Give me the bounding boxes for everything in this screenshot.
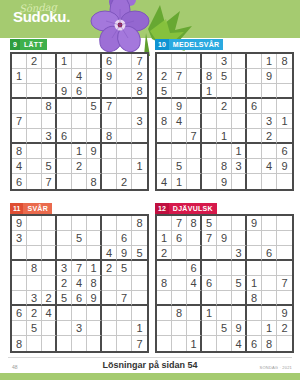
sudoku-cell xyxy=(202,174,217,189)
sudoku-cell: 5 xyxy=(157,84,172,99)
sudoku-cell xyxy=(187,306,202,321)
sudoku-cell: 9 xyxy=(117,246,132,261)
sudoku-cell xyxy=(202,99,217,114)
sudoku-cell: 8 xyxy=(217,159,232,174)
sudoku-cell xyxy=(102,336,117,351)
sudoku-cell xyxy=(157,54,172,69)
sudoku-cell xyxy=(132,231,147,246)
sudoku-cell xyxy=(132,276,147,291)
sudoku-cell: 6 xyxy=(117,231,132,246)
sudoku-cell: 5 xyxy=(42,159,57,174)
sudoku-cell: 1 xyxy=(132,321,147,336)
sudoku-cell xyxy=(57,216,72,231)
sudoku-cell xyxy=(187,99,202,114)
sudoku-cell: 8 xyxy=(132,216,147,231)
sudoku-cell xyxy=(187,144,202,159)
sudoku-cell xyxy=(172,291,187,306)
sudoku-cell xyxy=(172,84,187,99)
sudoku-cell xyxy=(217,336,232,351)
sudoku-cell xyxy=(262,291,277,306)
sudoku-cell xyxy=(232,99,247,114)
sudoku-cell: 3 xyxy=(232,246,247,261)
sudoku-cell xyxy=(27,216,42,231)
sudoku-cell xyxy=(277,336,292,351)
sudoku-cell xyxy=(27,231,42,246)
sudoku-cell xyxy=(157,321,172,336)
sudoku-cell: 5 xyxy=(217,321,232,336)
sudoku-cell xyxy=(132,99,147,114)
sudoku-cell: 9 xyxy=(217,174,232,189)
sudoku-cell xyxy=(42,336,57,351)
sudoku-cell: 1 xyxy=(232,144,247,159)
sudoku-cell xyxy=(202,159,217,174)
sudoku-cell xyxy=(27,159,42,174)
sudoku-cell xyxy=(57,174,72,189)
solutions-text: Lösningar på sidan 54 xyxy=(0,360,300,370)
sudoku-cell: 6 xyxy=(172,231,187,246)
sudoku-cell xyxy=(232,291,247,306)
sudoku-cell xyxy=(187,291,202,306)
sudoku-cell xyxy=(117,144,132,159)
sudoku-cell xyxy=(27,276,42,291)
sudoku-cell xyxy=(12,246,27,261)
sudoku-cell xyxy=(12,54,27,69)
sudoku-cell xyxy=(27,114,42,129)
sudoku-cell: 5 xyxy=(117,261,132,276)
difficulty-label: MEDELSVÅR xyxy=(169,39,224,50)
sudoku-cell: 3 xyxy=(57,261,72,276)
sudoku-cell xyxy=(117,129,132,144)
sudoku-cell xyxy=(202,246,217,261)
sudoku-cell: 8 xyxy=(102,129,117,144)
sudoku-cell xyxy=(42,231,57,246)
sudoku-cell: 6 xyxy=(72,84,87,99)
sudoku-cell xyxy=(247,231,262,246)
sudoku-cell: 9 xyxy=(262,69,277,84)
sudoku-cell xyxy=(232,129,247,144)
sudoku-cell xyxy=(277,291,292,306)
sudoku-cell xyxy=(132,261,147,276)
sudoku-cell xyxy=(87,246,102,261)
sudoku-cell xyxy=(247,159,262,174)
sudoku-cell: 6 xyxy=(12,174,27,189)
sudoku-cell: 9 xyxy=(12,216,27,231)
sudoku-cell xyxy=(102,321,117,336)
sudoku-cell xyxy=(247,174,262,189)
sudoku-cell xyxy=(247,321,262,336)
sudoku-cell: 7 xyxy=(132,336,147,351)
footer-divider xyxy=(8,357,292,358)
sudoku-cell xyxy=(72,54,87,69)
sudoku-cell xyxy=(247,144,262,159)
sudoku-cell xyxy=(232,261,247,276)
sudoku-cell xyxy=(27,99,42,114)
sudoku-cell xyxy=(232,84,247,99)
sudoku-cell xyxy=(262,99,277,114)
sudoku-cell: 7 xyxy=(172,69,187,84)
sudoku-cell xyxy=(247,69,262,84)
sudoku-cell: 5 xyxy=(87,99,102,114)
sudoku-cell: 5 xyxy=(172,159,187,174)
sudoku-cell xyxy=(87,114,102,129)
sudoku-cell: 2 xyxy=(27,306,42,321)
bottom-green-bar xyxy=(0,373,300,380)
sudoku-cell xyxy=(102,216,117,231)
sudoku-cell: 3 xyxy=(217,54,232,69)
sudoku-cell xyxy=(42,84,57,99)
sudoku-cell: 4 xyxy=(157,174,172,189)
puzzle-number: 9 xyxy=(10,39,20,50)
sudoku-grid-12: 785916792366846517881959121468 xyxy=(155,214,294,353)
sudoku-grid-9: 216714929688577336881945216782 xyxy=(10,52,149,191)
sudoku-cell: 3 xyxy=(262,114,277,129)
sudoku-cell: 5 xyxy=(217,69,232,84)
sudoku-cell xyxy=(247,84,262,99)
sudoku-cell: 1 xyxy=(157,231,172,246)
sudoku-cell xyxy=(12,129,27,144)
sudoku-cell: 1 xyxy=(172,174,187,189)
sudoku-cell: 1 xyxy=(132,159,147,174)
difficulty-badge-10: 10 MEDELSVÅR xyxy=(155,39,223,50)
difficulty-badge-9: 9 LÄTT xyxy=(10,39,47,50)
difficulty-label: SVÅR xyxy=(23,203,52,214)
sudoku-cell xyxy=(202,114,217,129)
sudoku-cell xyxy=(187,54,202,69)
sudoku-cell: 8 xyxy=(87,174,102,189)
sudoku-cell: 6 xyxy=(262,246,277,261)
sudoku-cell xyxy=(72,246,87,261)
sudoku-cell: 1 xyxy=(262,321,277,336)
sudoku-cell xyxy=(217,291,232,306)
sudoku-cell xyxy=(87,69,102,84)
sudoku-cell: 1 xyxy=(217,129,232,144)
sudoku-cell: 9 xyxy=(217,231,232,246)
sudoku-cell xyxy=(202,54,217,69)
sudoku-cell xyxy=(172,336,187,351)
sudoku-cell xyxy=(217,306,232,321)
difficulty-label: LÄTT xyxy=(20,39,47,50)
sudoku-cell xyxy=(102,114,117,129)
sudoku-cell xyxy=(172,54,187,69)
sudoku-cell xyxy=(102,231,117,246)
sudoku-cell: 1 xyxy=(262,54,277,69)
sudoku-cell xyxy=(187,321,202,336)
sudoku-cell xyxy=(232,114,247,129)
sudoku-cell: 4 xyxy=(187,276,202,291)
sudoku-cell xyxy=(27,144,42,159)
sudoku-cell xyxy=(277,129,292,144)
sudoku-cell: 3 xyxy=(232,159,247,174)
sudoku-cell xyxy=(132,174,147,189)
sudoku-cell: 5 xyxy=(232,276,247,291)
sudoku-cell xyxy=(42,114,57,129)
sudoku-cell: 8 xyxy=(277,54,292,69)
sudoku-cell xyxy=(217,84,232,99)
sudoku-cell xyxy=(247,306,262,321)
sudoku-cell xyxy=(217,276,232,291)
sudoku-cell xyxy=(172,129,187,144)
sudoku-cell xyxy=(57,231,72,246)
sudoku-cell xyxy=(202,321,217,336)
sudoku-cell: 3 xyxy=(72,321,87,336)
sudoku-cell: 8 xyxy=(202,69,217,84)
sudoku-cell: 2 xyxy=(102,261,117,276)
sudoku-cell: 6 xyxy=(202,276,217,291)
sudoku-cell: 9 xyxy=(232,321,247,336)
sudoku-cell: 4 xyxy=(42,306,57,321)
sudoku-cell xyxy=(72,174,87,189)
puzzle-number: 11 xyxy=(10,203,23,214)
sudoku-cell: 4 xyxy=(172,114,187,129)
sudoku-cell xyxy=(117,99,132,114)
sudoku-cell xyxy=(42,144,57,159)
sudoku-cell xyxy=(277,174,292,189)
sudoku-cell xyxy=(277,216,292,231)
sudoku-cell: 1 xyxy=(277,114,292,129)
sudoku-cell xyxy=(57,306,72,321)
sudoku-cell: 8 xyxy=(132,84,147,99)
sudoku-cell: 8 xyxy=(262,336,277,351)
sudoku-cell: 1 xyxy=(12,69,27,84)
sudoku-cell: 7 xyxy=(102,99,117,114)
sudoku-cell: 8 xyxy=(187,216,202,231)
sudoku-cell xyxy=(57,69,72,84)
sudoku-cell: 1 xyxy=(57,54,72,69)
sudoku-cell xyxy=(217,246,232,261)
sudoku-cell: 6 xyxy=(12,306,27,321)
sudoku-cell xyxy=(42,69,57,84)
sudoku-cell xyxy=(27,246,42,261)
sudoku-cell xyxy=(262,276,277,291)
sudoku-cell xyxy=(117,336,132,351)
sudoku-cell xyxy=(277,69,292,84)
sudoku-cell xyxy=(42,54,57,69)
sudoku-cell xyxy=(187,174,202,189)
sudoku-cell xyxy=(217,114,232,129)
sudoku-cell xyxy=(57,99,72,114)
sudoku-cell xyxy=(12,84,27,99)
sudoku-cell xyxy=(157,99,172,114)
sudoku-cell xyxy=(117,321,132,336)
sudoku-cell: 2 xyxy=(132,69,147,84)
sudoku-cell xyxy=(87,159,102,174)
sudoku-cell: 3 xyxy=(42,129,57,144)
sudoku-cell: 8 xyxy=(12,336,27,351)
magazine-sudoku-page: Söndag Sudoku. 9 LÄTT 10 MEDELSVÅR xyxy=(0,0,300,380)
sudoku-cell xyxy=(42,261,57,276)
sudoku-cell: 1 xyxy=(72,144,87,159)
sudoku-cell xyxy=(187,114,202,129)
sudoku-cell xyxy=(72,129,87,144)
sudoku-cell xyxy=(87,306,102,321)
sudoku-cell: 2 xyxy=(217,99,232,114)
sudoku-cell: 4 xyxy=(102,246,117,261)
sudoku-cell xyxy=(172,276,187,291)
sudoku-cell xyxy=(232,54,247,69)
sudoku-cell: 2 xyxy=(72,159,87,174)
sudoku-cell xyxy=(117,114,132,129)
sudoku-cell xyxy=(157,261,172,276)
sudoku-cell xyxy=(102,144,117,159)
sudoku-cell: 8 xyxy=(42,99,57,114)
issue-info: SÖNDAG · 2021 xyxy=(260,365,292,370)
sudoku-cell: 7 xyxy=(187,129,202,144)
sudoku-cell: 8 xyxy=(157,114,172,129)
sudoku-cell xyxy=(157,144,172,159)
sudoku-cell: 6 xyxy=(247,336,262,351)
sudoku-cell xyxy=(42,321,57,336)
sudoku-cell xyxy=(117,54,132,69)
sudoku-cell xyxy=(217,261,232,276)
sudoku-cell: 9 xyxy=(87,144,102,159)
sudoku-cell xyxy=(262,216,277,231)
sudoku-cell xyxy=(187,246,202,261)
sudoku-cell xyxy=(27,69,42,84)
sudoku-cell: 5 xyxy=(202,216,217,231)
sudoku-cell xyxy=(57,114,72,129)
sudoku-cell: 4 xyxy=(232,336,247,351)
sudoku-cell xyxy=(202,261,217,276)
sudoku-cell: 7 xyxy=(132,54,147,69)
sudoku-cell xyxy=(72,99,87,114)
sudoku-cell xyxy=(102,84,117,99)
sudoku-cell xyxy=(117,276,132,291)
sudoku-cell xyxy=(87,321,102,336)
sudoku-cell: 9 xyxy=(172,99,187,114)
sudoku-cell xyxy=(57,336,72,351)
sudoku-cell xyxy=(157,159,172,174)
sudoku-cell: 6 xyxy=(187,261,202,276)
sudoku-cell xyxy=(87,129,102,144)
sudoku-cell xyxy=(277,231,292,246)
sudoku-cell: 7 xyxy=(277,276,292,291)
sudoku-cell xyxy=(232,306,247,321)
sudoku-cell xyxy=(132,291,147,306)
sudoku-cell xyxy=(87,231,102,246)
sudoku-cell xyxy=(232,69,247,84)
sudoku-logo: Söndag Sudoku. xyxy=(13,3,70,24)
sudoku-cell xyxy=(42,276,57,291)
difficulty-badge-12: 12 DJÄVULSK xyxy=(155,203,217,214)
sudoku-cell xyxy=(262,174,277,189)
sudoku-cell xyxy=(72,336,87,351)
sudoku-cell xyxy=(132,129,147,144)
sudoku-cell xyxy=(132,306,147,321)
sudoku-cell xyxy=(247,246,262,261)
sudoku-cell: 6 xyxy=(57,129,72,144)
sudoku-cell xyxy=(102,174,117,189)
sudoku-cell xyxy=(27,336,42,351)
sudoku-cell: 8 xyxy=(12,144,27,159)
sudoku-cell: 3 xyxy=(132,114,147,129)
sudoku-cell xyxy=(262,261,277,276)
sudoku-cell xyxy=(117,84,132,99)
sudoku-cell: 4 xyxy=(262,159,277,174)
sudoku-cell xyxy=(187,69,202,84)
sudoku-cell xyxy=(217,216,232,231)
sudoku-cell xyxy=(172,144,187,159)
sudoku-cell xyxy=(12,261,27,276)
sudoku-cell: 2 xyxy=(157,69,172,84)
sudoku-cell: 2 xyxy=(27,54,42,69)
sudoku-cell: 7 xyxy=(12,114,27,129)
sudoku-cell xyxy=(217,144,232,159)
sudoku-cell xyxy=(12,321,27,336)
sudoku-cell xyxy=(27,84,42,99)
sudoku-cell xyxy=(12,99,27,114)
sudoku-cell xyxy=(277,261,292,276)
sudoku-cell xyxy=(187,231,202,246)
sudoku-cell xyxy=(247,114,262,129)
sudoku-cell xyxy=(172,321,187,336)
sudoku-cell: 9 xyxy=(277,306,292,321)
sudoku-cell: 1 xyxy=(202,306,217,321)
sudoku-cell: 2 xyxy=(262,129,277,144)
sudoku-cell xyxy=(57,144,72,159)
sudoku-cell xyxy=(42,246,57,261)
sudoku-cell: 5 xyxy=(132,246,147,261)
sudoku-cell xyxy=(102,306,117,321)
sudoku-cell xyxy=(172,246,187,261)
sudoku-cell: 1 xyxy=(87,261,102,276)
sudoku-cell xyxy=(202,129,217,144)
difficulty-label: DJÄVULSK xyxy=(169,203,217,214)
sudoku-cell xyxy=(72,216,87,231)
sudoku-cell xyxy=(277,99,292,114)
sudoku-cell: 5 xyxy=(72,231,87,246)
sudoku-cell: 1 xyxy=(202,84,217,99)
sudoku-cell xyxy=(117,159,132,174)
sudoku-cell: 9 xyxy=(102,69,117,84)
sudoku-cell: 7 xyxy=(202,231,217,246)
sudoku-cell xyxy=(157,306,172,321)
sudoku-cell xyxy=(262,144,277,159)
sudoku-cell xyxy=(262,306,277,321)
sudoku-cell xyxy=(187,84,202,99)
sudoku-cell xyxy=(27,174,42,189)
sudoku-cell xyxy=(232,231,247,246)
sudoku-cell xyxy=(87,336,102,351)
difficulty-badge-11: 11 SVÅR xyxy=(10,203,52,214)
sudoku-cell: 7 xyxy=(42,174,57,189)
sudoku-cell xyxy=(277,84,292,99)
sudoku-cell: 4 xyxy=(12,159,27,174)
sudoku-cell xyxy=(262,231,277,246)
sudoku-cell xyxy=(202,144,217,159)
sudoku-cell xyxy=(277,246,292,261)
sudoku-cell: 1 xyxy=(247,276,262,291)
sudoku-cell: 6 xyxy=(72,291,87,306)
sudoku-cell xyxy=(172,261,187,276)
sudoku-cell: 4 xyxy=(72,276,87,291)
sudoku-cell xyxy=(87,54,102,69)
sudoku-cell xyxy=(27,129,42,144)
sudoku-cell xyxy=(102,159,117,174)
sudoku-cell xyxy=(72,114,87,129)
puzzle-number: 12 xyxy=(155,203,169,214)
sudoku-cell xyxy=(117,69,132,84)
sudoku-cell: 8 xyxy=(87,276,102,291)
sudoku-cell xyxy=(87,216,102,231)
sudoku-cell xyxy=(157,129,172,144)
sudoku-cell xyxy=(247,54,262,69)
sudoku-cell: 3 xyxy=(27,291,42,306)
sudoku-cell: 2 xyxy=(117,174,132,189)
sudoku-cell xyxy=(157,291,172,306)
sudoku-cell xyxy=(232,174,247,189)
sudoku-cell: 4 xyxy=(72,69,87,84)
sudoku-cell: 3 xyxy=(12,231,27,246)
